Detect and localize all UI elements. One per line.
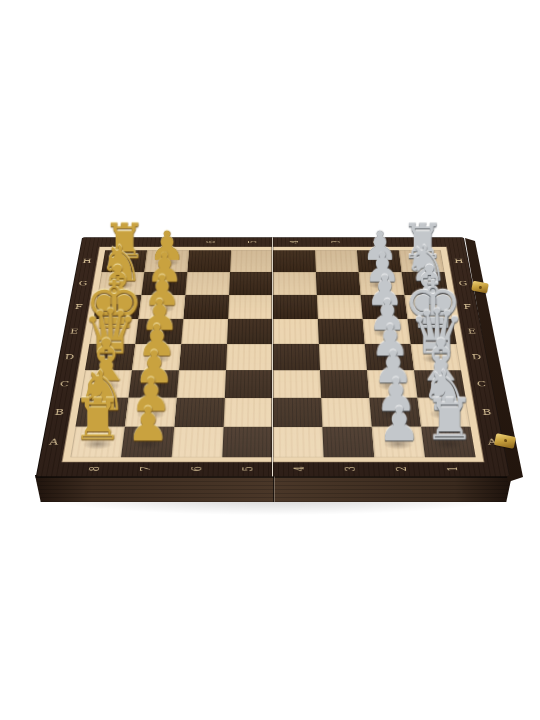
file-label-right: C [471, 380, 492, 388]
square-f7: ♟ [138, 295, 185, 319]
rank-label-bottom: 2 [391, 462, 411, 476]
square-f8: ♝ [94, 295, 142, 319]
square-b1: ♞ [417, 398, 470, 427]
square-f3 [317, 295, 363, 319]
square-c1: ♝ [414, 370, 466, 398]
square-h3 [315, 250, 359, 272]
square-d6 [179, 344, 227, 370]
square-b7: ♟ [125, 398, 177, 427]
square-f6 [183, 295, 229, 319]
square-a7: ♟ [121, 427, 174, 457]
rank-label-bottom: 7 [135, 462, 155, 476]
file-label-left: D [59, 353, 79, 360]
rank-label-top: 1 [410, 237, 427, 246]
file-label-right: H [450, 258, 469, 264]
square-g6 [185, 272, 230, 295]
square-g4 [273, 272, 317, 295]
square-d4 [273, 344, 320, 370]
square-a8: ♜ [70, 427, 125, 457]
file-label-left: C [54, 380, 75, 388]
square-c3 [320, 370, 369, 398]
square-b5 [224, 398, 273, 427]
square-c7: ♟ [129, 370, 179, 398]
square-b2: ♟ [369, 398, 421, 427]
square-d5 [226, 344, 273, 370]
square-h2: ♟ [357, 250, 402, 272]
square-c8: ♝ [80, 370, 132, 398]
piece-gold-rook: ♜ [102, 219, 145, 265]
board-scene: ♜♟♟♜♞♟♟♞♝♟♟♝♚♟♟♚♛♟♟♛♝♟♟♝♞♟♟♞♜♟♟♜ HHGGFFE… [62, 133, 485, 556]
square-c6 [177, 370, 226, 398]
square-e5 [227, 319, 273, 344]
square-g7: ♟ [141, 272, 187, 295]
square-e8: ♚ [89, 319, 138, 344]
chess-board: ♜♟♟♜♞♟♟♞♝♟♟♝♚♟♟♚♛♟♟♛♝♟♟♝♞♟♟♞♜♟♟♜ HHGGFFE… [62, 133, 485, 556]
square-b8: ♞ [75, 398, 128, 427]
square-d7: ♟ [132, 344, 181, 370]
square-b3 [321, 398, 372, 427]
square-d8: ♛ [85, 344, 135, 370]
square-f5 [228, 295, 273, 319]
rank-label-bottom: 4 [289, 462, 308, 476]
square-g8: ♞ [98, 272, 145, 295]
square-e3 [318, 319, 365, 344]
piece-silver-pawn: ♟ [361, 227, 397, 265]
square-b4 [273, 398, 322, 427]
square-e4 [273, 319, 319, 344]
product-photo-canvas: ♜♟♟♜♞♟♟♞♝♟♟♝♚♟♟♚♛♟♟♛♝♟♟♝♞♟♟♞♜♟♟♜ HHGGFFE… [0, 0, 540, 720]
file-label-left: E [64, 328, 84, 335]
square-e6 [181, 319, 228, 344]
square-b6 [174, 398, 225, 427]
square-a3 [322, 427, 374, 457]
board-frame: ♜♟♟♜♞♟♟♞♝♟♟♝♚♟♟♚♛♟♟♛♝♟♟♝♞♟♟♞♜♟♟♜ HHGGFFE… [36, 237, 510, 476]
rank-label-top: 2 [369, 237, 385, 246]
square-g3 [316, 272, 361, 295]
rank-label-top: 8 [119, 237, 136, 246]
square-a6 [172, 427, 224, 457]
file-label-right: B [476, 408, 498, 416]
square-h8: ♜ [101, 250, 147, 272]
rank-label-bottom: 8 [83, 462, 104, 476]
square-d3 [319, 344, 367, 370]
rank-label-top: 4 [286, 237, 302, 246]
rank-label-top: 3 [327, 237, 343, 246]
square-a5 [222, 427, 273, 457]
square-h1: ♜ [399, 250, 445, 272]
square-c2: ♟ [367, 370, 417, 398]
square-e7: ♟ [135, 319, 183, 344]
rank-label-top: 6 [203, 237, 219, 246]
file-label-left: B [48, 408, 70, 416]
piece-silver-rook: ♜ [400, 219, 443, 265]
file-label-right: F [458, 304, 477, 311]
file-label-right: E [462, 328, 482, 335]
square-g1: ♞ [402, 272, 449, 295]
file-label-right: G [454, 280, 473, 286]
file-label-left: H [78, 258, 97, 264]
square-a2: ♟ [372, 427, 425, 457]
rank-label-top: 7 [161, 237, 177, 246]
piece-gold-pawn: ♟ [149, 227, 185, 265]
square-c5 [225, 370, 273, 398]
square-h4 [273, 250, 316, 272]
rank-label-top: 5 [244, 237, 260, 246]
rank-label-bottom: 6 [186, 462, 206, 476]
file-label-right: D [466, 353, 486, 360]
square-e2: ♟ [363, 319, 411, 344]
square-g2: ♟ [359, 272, 405, 295]
square-a4 [273, 427, 324, 457]
square-e1: ♚ [408, 319, 457, 344]
square-d1: ♛ [411, 344, 461, 370]
file-label-left: G [73, 280, 92, 286]
square-d2: ♟ [365, 344, 414, 370]
rank-label-bottom: 5 [238, 462, 257, 476]
square-c4 [273, 370, 321, 398]
square-a1: ♜ [421, 427, 476, 457]
square-f2: ♟ [361, 295, 408, 319]
square-h7: ♟ [144, 250, 189, 272]
square-f1: ♝ [405, 295, 453, 319]
file-label-left: A [43, 438, 65, 446]
rank-label-bottom: 1 [442, 462, 463, 476]
square-h5 [230, 250, 273, 272]
file-label-left: F [69, 304, 88, 311]
square-g5 [229, 272, 273, 295]
rank-label-bottom: 3 [340, 462, 360, 476]
square-f4 [273, 295, 318, 319]
square-h6 [187, 250, 231, 272]
